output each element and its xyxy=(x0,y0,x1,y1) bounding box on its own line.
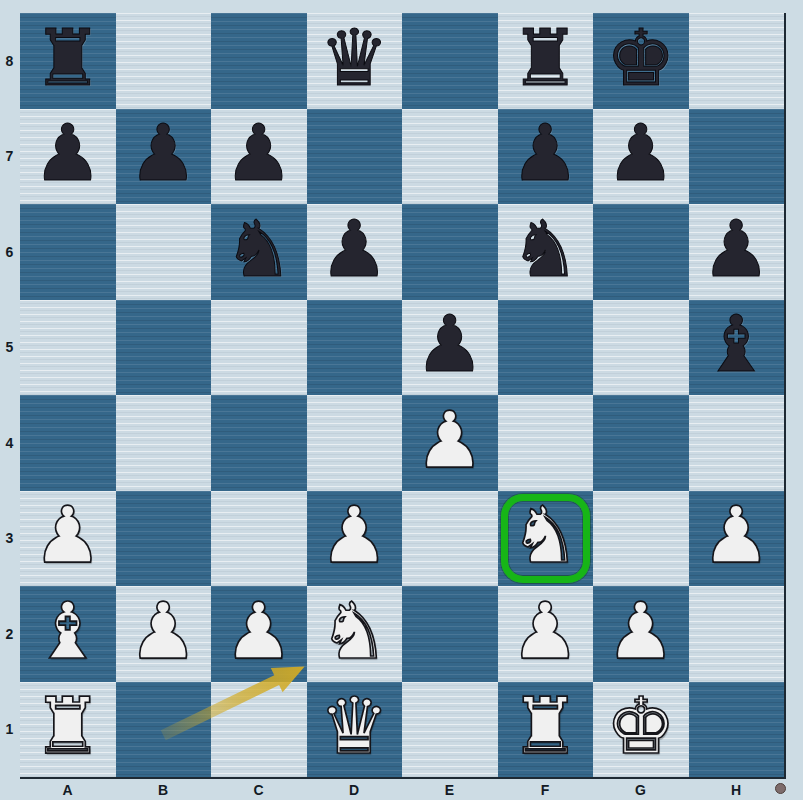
rank-label-7: 7 xyxy=(0,109,19,205)
square-c1[interactable] xyxy=(211,682,307,778)
piece-black-pawn-h6[interactable]: ♟ xyxy=(701,210,771,288)
piece-white-pawn-f2[interactable]: ♟ xyxy=(510,592,580,670)
piece-white-queen-d1[interactable]: ♛ xyxy=(319,687,389,765)
rank-label-8: 8 xyxy=(0,13,19,109)
piece-white-pawn-g2[interactable]: ♟ xyxy=(606,592,676,670)
piece-black-pawn-e5[interactable]: ♟ xyxy=(415,305,485,383)
piece-black-pawn-a7[interactable]: ♟ xyxy=(33,114,103,192)
square-h4[interactable] xyxy=(689,395,785,491)
square-g1[interactable]: ♚ xyxy=(593,682,689,778)
square-a7[interactable]: ♟ xyxy=(20,109,116,205)
square-h1[interactable] xyxy=(689,682,785,778)
piece-black-knight-c6[interactable]: ♞ xyxy=(224,210,294,288)
piece-black-king-g8[interactable]: ♚ xyxy=(606,19,676,97)
square-e3[interactable] xyxy=(402,491,498,587)
square-g4[interactable] xyxy=(593,395,689,491)
square-h7[interactable] xyxy=(689,109,785,205)
square-f8[interactable]: ♜ xyxy=(498,13,594,109)
square-f4[interactable] xyxy=(498,395,594,491)
piece-black-queen-d8[interactable]: ♛ xyxy=(319,19,389,97)
piece-white-pawn-a3[interactable]: ♟ xyxy=(33,496,103,574)
square-d4[interactable] xyxy=(307,395,403,491)
piece-black-pawn-c7[interactable]: ♟ xyxy=(224,114,294,192)
square-b5[interactable] xyxy=(116,300,212,396)
square-g2[interactable]: ♟ xyxy=(593,586,689,682)
square-h2[interactable] xyxy=(689,586,785,682)
square-g6[interactable] xyxy=(593,204,689,300)
piece-white-pawn-c2[interactable]: ♟ xyxy=(224,592,294,670)
square-g5[interactable] xyxy=(593,300,689,396)
square-e7[interactable] xyxy=(402,109,498,205)
piece-black-pawn-b7[interactable]: ♟ xyxy=(128,114,198,192)
piece-white-pawn-h3[interactable]: ♟ xyxy=(701,496,771,574)
chess-board: ♜♛♜♚♟♟♟♟♟♞♟♞♟♟♝♟♟♟♞♟♝♟♟♞♟♟♜♛♜♚ xyxy=(20,13,786,779)
file-label-a: A xyxy=(20,781,115,799)
chess-diagram: ♜♛♜♚♟♟♟♟♟♞♟♞♟♟♝♟♟♟♞♟♝♟♟♞♟♟♜♛♜♚ 87654321A… xyxy=(0,0,803,800)
square-d8[interactable]: ♛ xyxy=(307,13,403,109)
piece-black-pawn-g7[interactable]: ♟ xyxy=(606,114,676,192)
square-a8[interactable]: ♜ xyxy=(20,13,116,109)
rank-label-2: 2 xyxy=(0,586,19,682)
side-to-move-indicator xyxy=(775,783,786,794)
square-b7[interactable]: ♟ xyxy=(116,109,212,205)
file-label-d: D xyxy=(307,781,402,799)
piece-white-rook-a1[interactable]: ♜ xyxy=(33,687,103,765)
piece-black-bishop-h5[interactable]: ♝ xyxy=(701,305,771,383)
file-label-g: G xyxy=(593,781,688,799)
square-g8[interactable]: ♚ xyxy=(593,13,689,109)
square-b4[interactable] xyxy=(116,395,212,491)
piece-white-king-g1[interactable]: ♚ xyxy=(606,687,676,765)
square-b1[interactable] xyxy=(116,682,212,778)
square-d7[interactable] xyxy=(307,109,403,205)
file-label-f: F xyxy=(498,781,593,799)
piece-black-pawn-d6[interactable]: ♟ xyxy=(319,210,389,288)
rank-label-6: 6 xyxy=(0,204,19,300)
square-f7[interactable]: ♟ xyxy=(498,109,594,205)
square-c3[interactable] xyxy=(211,491,307,587)
square-c6[interactable]: ♞ xyxy=(211,204,307,300)
piece-white-knight-d2[interactable]: ♞ xyxy=(319,592,389,670)
piece-black-rook-f8[interactable]: ♜ xyxy=(510,19,580,97)
square-e1[interactable] xyxy=(402,682,498,778)
file-label-e: E xyxy=(402,781,497,799)
file-label-h: H xyxy=(689,781,784,799)
square-e2[interactable] xyxy=(402,586,498,682)
square-a6[interactable] xyxy=(20,204,116,300)
file-label-b: B xyxy=(116,781,211,799)
rank-label-4: 4 xyxy=(0,395,19,491)
square-f3[interactable]: ♞ xyxy=(498,491,594,587)
square-c5[interactable] xyxy=(211,300,307,396)
square-a3[interactable]: ♟ xyxy=(20,491,116,587)
square-c7[interactable]: ♟ xyxy=(211,109,307,205)
piece-white-pawn-b2[interactable]: ♟ xyxy=(128,592,198,670)
piece-black-pawn-f7[interactable]: ♟ xyxy=(510,114,580,192)
square-c2[interactable]: ♟ xyxy=(211,586,307,682)
square-f1[interactable]: ♜ xyxy=(498,682,594,778)
square-b2[interactable]: ♟ xyxy=(116,586,212,682)
square-d2[interactable]: ♞ xyxy=(307,586,403,682)
square-a5[interactable] xyxy=(20,300,116,396)
square-h5[interactable]: ♝ xyxy=(689,300,785,396)
piece-white-rook-f1[interactable]: ♜ xyxy=(510,687,580,765)
rank-label-5: 5 xyxy=(0,300,19,396)
square-c8[interactable] xyxy=(211,13,307,109)
piece-white-pawn-d3[interactable]: ♟ xyxy=(319,496,389,574)
square-h8[interactable] xyxy=(689,13,785,109)
square-d1[interactable]: ♛ xyxy=(307,682,403,778)
square-g3[interactable] xyxy=(593,491,689,587)
piece-black-knight-f6[interactable]: ♞ xyxy=(510,210,580,288)
file-label-c: C xyxy=(211,781,306,799)
piece-white-pawn-e4[interactable]: ♟ xyxy=(415,401,485,479)
piece-white-knight-f3[interactable]: ♞ xyxy=(510,496,580,574)
rank-label-3: 3 xyxy=(0,491,19,587)
square-a1[interactable]: ♜ xyxy=(20,682,116,778)
square-e8[interactable] xyxy=(402,13,498,109)
square-f6[interactable]: ♞ xyxy=(498,204,594,300)
square-h3[interactable]: ♟ xyxy=(689,491,785,587)
square-a2[interactable]: ♝ xyxy=(20,586,116,682)
square-b8[interactable] xyxy=(116,13,212,109)
square-d3[interactable]: ♟ xyxy=(307,491,403,587)
rank-label-1: 1 xyxy=(0,682,19,778)
square-g7[interactable]: ♟ xyxy=(593,109,689,205)
piece-white-bishop-a2[interactable]: ♝ xyxy=(33,592,103,670)
square-f2[interactable]: ♟ xyxy=(498,586,594,682)
square-e6[interactable] xyxy=(402,204,498,300)
square-b3[interactable] xyxy=(116,491,212,587)
square-d5[interactable] xyxy=(307,300,403,396)
square-c4[interactable] xyxy=(211,395,307,491)
square-e5[interactable]: ♟ xyxy=(402,300,498,396)
piece-black-rook-a8[interactable]: ♜ xyxy=(33,19,103,97)
square-e4[interactable]: ♟ xyxy=(402,395,498,491)
square-b6[interactable] xyxy=(116,204,212,300)
square-f5[interactable] xyxy=(498,300,594,396)
square-d6[interactable]: ♟ xyxy=(307,204,403,300)
square-a4[interactable] xyxy=(20,395,116,491)
square-h6[interactable]: ♟ xyxy=(689,204,785,300)
